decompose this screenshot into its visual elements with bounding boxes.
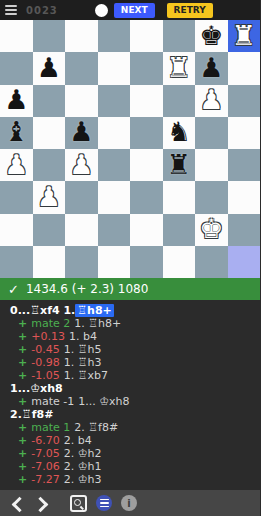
next-button[interactable]: NEXT xyxy=(114,3,155,18)
engine-variation-row[interactable]: +-0.451. ♖h5 xyxy=(0,343,260,356)
mainline-move-text: 2.♖f8# xyxy=(10,408,53,421)
mainline-move-row[interactable]: 1...♔xh8 xyxy=(0,382,260,395)
square-h6[interactable] xyxy=(228,85,261,117)
square-d2[interactable] xyxy=(98,214,131,246)
variation-move-text: 1. b4 xyxy=(69,330,97,343)
expand-variation-icon[interactable]: + xyxy=(18,473,27,486)
square-b4[interactable] xyxy=(33,149,66,181)
square-f7[interactable]: ♜ xyxy=(163,52,196,84)
piece-white-p-c4: ♟ xyxy=(69,151,93,178)
square-d8[interactable] xyxy=(98,20,131,52)
engine-eval: -7.05 xyxy=(31,447,59,460)
expand-variation-icon[interactable]: + xyxy=(18,317,27,330)
engine-eval: mate 2 xyxy=(31,317,70,330)
piece-black-p-c5: ♟ xyxy=(69,118,93,145)
engine-variation-row[interactable]: +-7.062. ♔h1 xyxy=(0,460,260,473)
engine-eval: -7.06 xyxy=(31,460,59,473)
expand-variation-icon[interactable]: + xyxy=(18,343,27,356)
piece-black-k-g8: ♚ xyxy=(199,22,223,49)
mainline-move-row[interactable]: 2.♖f8# xyxy=(0,408,260,421)
square-e5[interactable] xyxy=(130,117,163,149)
square-h3[interactable] xyxy=(228,181,261,213)
engine-eval: -0.98 xyxy=(31,356,59,369)
piece-black-b-a5: ♝ xyxy=(4,118,28,145)
square-c7[interactable] xyxy=(65,52,98,84)
variation-move-text: 2. ♔h2 xyxy=(64,447,102,460)
square-c3[interactable] xyxy=(65,181,98,213)
square-g2[interactable]: ♚ xyxy=(195,214,228,246)
square-c2[interactable] xyxy=(65,214,98,246)
engine-eval: -6.70 xyxy=(31,434,59,447)
engine-variation-row[interactable]: ++0.131. b4 xyxy=(0,330,260,343)
piece-black-p-b7: ♟ xyxy=(37,54,61,81)
piece-white-p-g6: ♟ xyxy=(199,86,223,113)
engine-variation-row[interactable]: +-7.272. ♔h3 xyxy=(0,473,260,486)
chess-board: ♚♜♟♜♟♟♟♝♟♞♟♟♜♟♚ xyxy=(0,20,260,278)
engine-eval: +0.13 xyxy=(31,330,65,343)
square-h4[interactable] xyxy=(228,149,261,181)
square-c4[interactable]: ♟ xyxy=(65,149,98,181)
square-a8[interactable] xyxy=(0,20,33,52)
expand-variation-icon[interactable]: + xyxy=(18,330,27,343)
square-h1[interactable] xyxy=(228,246,261,278)
engine-eval: mate -1 xyxy=(31,395,74,408)
engine-eval: -7.27 xyxy=(31,473,59,486)
square-c1[interactable] xyxy=(65,246,98,278)
piece-black-n-f5: ♞ xyxy=(167,118,191,145)
forward-arrow-icon[interactable] xyxy=(34,496,48,510)
square-e1[interactable] xyxy=(130,246,163,278)
back-arrow-icon[interactable] xyxy=(10,496,24,510)
square-e8[interactable] xyxy=(130,20,163,52)
top-bar: 0023 NEXT RETRY xyxy=(0,0,260,20)
square-a1[interactable] xyxy=(0,246,33,278)
square-d4[interactable] xyxy=(98,149,131,181)
expand-variation-icon[interactable]: + xyxy=(18,447,27,460)
square-b3[interactable]: ♟ xyxy=(33,181,66,213)
square-b6[interactable] xyxy=(33,85,66,117)
square-a7[interactable] xyxy=(0,52,33,84)
white-to-move-indicator xyxy=(95,4,108,17)
engine-variation-row[interactable]: +mate -11... ♔xh8 xyxy=(0,395,260,408)
mainline-move-row[interactable]: 0...♖xf4 1.♖h8+ xyxy=(0,304,260,317)
square-d7[interactable] xyxy=(98,52,131,84)
square-h5[interactable] xyxy=(228,117,261,149)
square-c6[interactable] xyxy=(65,85,98,117)
variation-move-text: 1... ♔xh8 xyxy=(78,395,129,408)
info-icon[interactable]: i xyxy=(121,495,137,511)
square-c5[interactable]: ♟ xyxy=(65,117,98,149)
rating-text: 1434.6 (+ 2.3) 1080 xyxy=(26,282,148,296)
square-a4[interactable]: ♟ xyxy=(0,149,33,181)
square-c8[interactable] xyxy=(65,20,98,52)
square-b8[interactable] xyxy=(33,20,66,52)
engine-lines-icon[interactable] xyxy=(96,495,112,511)
retry-button[interactable]: RETRY xyxy=(167,3,213,18)
variation-move-text: 2. ♔h3 xyxy=(64,473,102,486)
piece-black-p-g7: ♟ xyxy=(199,54,223,81)
square-f8[interactable] xyxy=(163,20,196,52)
square-h8[interactable]: ♜ xyxy=(228,20,261,52)
mainline-move-text: 0...♖xf4 1. xyxy=(10,304,75,317)
expand-variation-icon[interactable]: + xyxy=(18,395,27,408)
check-icon: ✓ xyxy=(8,282,19,297)
square-b5[interactable] xyxy=(33,117,66,149)
square-a6[interactable]: ♟ xyxy=(0,85,33,117)
engine-variation-row[interactable]: +-1.051. ♖xb7 xyxy=(0,369,260,382)
engine-variation-row[interactable]: +mate 21. ♖h8+ xyxy=(0,317,260,330)
engine-eval: -1.05 xyxy=(31,369,59,382)
square-f4[interactable]: ♜ xyxy=(163,149,196,181)
expand-variation-icon[interactable]: + xyxy=(18,356,27,369)
variation-move-text: 1. ♖h8+ xyxy=(74,317,121,330)
result-bar: ✓ 1434.6 (+ 2.3) 1080 xyxy=(0,278,260,300)
variation-move-text: 2. ♖f8# xyxy=(74,421,118,434)
piece-black-p-a6: ♟ xyxy=(4,86,28,113)
analysis-board-icon[interactable] xyxy=(70,495,87,512)
square-f6[interactable] xyxy=(163,85,196,117)
square-g8[interactable]: ♚ xyxy=(195,20,228,52)
variation-move-text: 1. ♖h5 xyxy=(64,343,102,356)
puzzle-counter: 0023 xyxy=(26,5,58,16)
selected-move[interactable]: ♖h8+ xyxy=(75,304,114,317)
square-g6[interactable]: ♟ xyxy=(195,85,228,117)
square-d6[interactable] xyxy=(98,85,131,117)
square-g3[interactable] xyxy=(195,181,228,213)
variation-move-text: 1. ♖h3 xyxy=(64,356,102,369)
square-g1[interactable] xyxy=(195,246,228,278)
piece-black-r-f4: ♜ xyxy=(167,151,191,178)
piece-white-r-f7: ♜ xyxy=(167,54,191,81)
expand-variation-icon[interactable]: + xyxy=(18,369,27,382)
square-b1[interactable] xyxy=(33,246,66,278)
square-f2[interactable] xyxy=(163,214,196,246)
menu-icon[interactable] xyxy=(5,5,17,15)
square-e2[interactable] xyxy=(130,214,163,246)
square-e7[interactable] xyxy=(130,52,163,84)
app-root: 0023 NEXT RETRY ♚♜♟♜♟♟♟♝♟♞♟♟♜♟♚ ✓ 1434.6… xyxy=(0,0,260,516)
engine-eval: mate 1 xyxy=(31,421,70,434)
square-d3[interactable] xyxy=(98,181,131,213)
mainline-move-text: 1...♔xh8 xyxy=(10,382,63,395)
expand-variation-icon[interactable]: + xyxy=(18,421,27,434)
variation-move-text: 2. ♔h1 xyxy=(64,460,102,473)
piece-white-r-h8: ♜ xyxy=(232,22,256,49)
square-a5[interactable]: ♝ xyxy=(0,117,33,149)
variation-move-text: 1. ♖xb7 xyxy=(64,369,108,382)
piece-white-p-a4: ♟ xyxy=(4,151,28,178)
square-f1[interactable] xyxy=(163,246,196,278)
square-e3[interactable] xyxy=(130,181,163,213)
engine-variation-row[interactable]: +-0.981. ♖h3 xyxy=(0,356,260,369)
engine-eval: -0.45 xyxy=(31,343,59,356)
expand-variation-icon[interactable]: + xyxy=(18,460,27,473)
square-g5[interactable] xyxy=(195,117,228,149)
square-a3[interactable] xyxy=(0,181,33,213)
square-h2[interactable] xyxy=(228,214,261,246)
square-e4[interactable] xyxy=(130,149,163,181)
square-h7[interactable] xyxy=(228,52,261,84)
square-g4[interactable] xyxy=(195,149,228,181)
piece-white-k-g2: ♚ xyxy=(199,215,223,242)
bottom-toolbar: i xyxy=(0,490,260,516)
expand-variation-icon[interactable]: + xyxy=(18,434,27,447)
engine-variation-row[interactable]: +-7.052. ♔h2 xyxy=(0,447,260,460)
square-e6[interactable] xyxy=(130,85,163,117)
variation-move-text: 2. b4 xyxy=(64,434,92,447)
square-b2[interactable] xyxy=(33,214,66,246)
square-a2[interactable] xyxy=(0,214,33,246)
piece-white-p-b3: ♟ xyxy=(37,183,61,210)
square-b7[interactable]: ♟ xyxy=(33,52,66,84)
square-d5[interactable] xyxy=(98,117,131,149)
square-d1[interactable] xyxy=(98,246,131,278)
square-f3[interactable] xyxy=(163,181,196,213)
analysis-panel: 0...♖xf4 1.♖h8++mate 21. ♖h8+++0.131. b4… xyxy=(0,300,260,490)
engine-variation-row[interactable]: +-6.702. b4 xyxy=(0,434,260,447)
square-f5[interactable]: ♞ xyxy=(163,117,196,149)
square-g7[interactable]: ♟ xyxy=(195,52,228,84)
engine-variation-row[interactable]: +mate 12. ♖f8# xyxy=(0,421,260,434)
